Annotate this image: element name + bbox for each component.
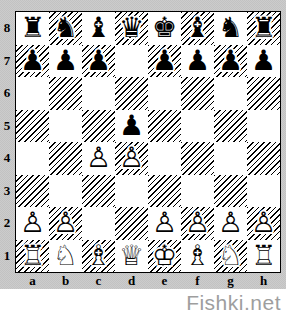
rank-label-5: 5 bbox=[0, 110, 14, 143]
white-pawn: ♟♙ bbox=[148, 207, 181, 240]
white-knight: ♞♘ bbox=[214, 240, 247, 273]
rank-label-7: 7 bbox=[0, 45, 14, 78]
square-b6 bbox=[49, 77, 82, 110]
black-queen: ♛ bbox=[115, 12, 148, 45]
rank-label-3: 3 bbox=[0, 175, 14, 208]
square-g2: ♟♙ bbox=[214, 207, 247, 240]
black-pawn: ♟ bbox=[115, 110, 148, 143]
black-pawn: ♟ bbox=[181, 45, 214, 78]
square-h6 bbox=[247, 77, 280, 110]
white-pawn: ♟♙ bbox=[82, 142, 115, 175]
square-b2: ♟♙ bbox=[49, 207, 82, 240]
black-pawn: ♟ bbox=[16, 45, 49, 78]
square-f8: ♝ bbox=[181, 12, 214, 45]
file-label-b: b bbox=[49, 273, 82, 288]
square-e4 bbox=[148, 142, 181, 175]
square-h1: ♜♖ bbox=[247, 240, 280, 273]
square-b5 bbox=[49, 110, 82, 143]
black-knight: ♞ bbox=[49, 12, 82, 45]
square-a7: ♟ bbox=[16, 45, 49, 78]
white-pawn: ♟♙ bbox=[214, 207, 247, 240]
white-pawn: ♟♙ bbox=[247, 207, 280, 240]
square-h8: ♜ bbox=[247, 12, 280, 45]
white-rook: ♜♖ bbox=[247, 240, 280, 273]
square-b8: ♞ bbox=[49, 12, 82, 45]
square-d5: ♟ bbox=[115, 110, 148, 143]
white-pawn: ♟♙ bbox=[181, 207, 214, 240]
square-h2: ♟♙ bbox=[247, 207, 280, 240]
square-g6 bbox=[214, 77, 247, 110]
square-g8: ♞ bbox=[214, 12, 247, 45]
square-d1: ♛♕ bbox=[115, 240, 148, 273]
rank-label-2: 2 bbox=[0, 207, 14, 240]
square-b4 bbox=[49, 142, 82, 175]
square-h5 bbox=[247, 110, 280, 143]
square-e7: ♟ bbox=[148, 45, 181, 78]
square-c4: ♟♙ bbox=[82, 142, 115, 175]
square-f1: ♝♗ bbox=[181, 240, 214, 273]
black-bishop: ♝ bbox=[82, 12, 115, 45]
chess-diagram: ♜♞♝♛♚♝♞♜♟♟♟♟♟♟♟♟♟♙♟♙♟♙♟♙♟♙♟♙♟♙♟♙♜♖♞♘♝♗♛♕… bbox=[0, 0, 286, 318]
square-c2 bbox=[82, 207, 115, 240]
white-knight: ♞♘ bbox=[49, 240, 82, 273]
square-d4: ♟♙ bbox=[115, 142, 148, 175]
square-e1: ♚♔ bbox=[148, 240, 181, 273]
square-c7: ♟ bbox=[82, 45, 115, 78]
square-a2: ♟♙ bbox=[16, 207, 49, 240]
square-a1: ♜♖ bbox=[16, 240, 49, 273]
square-c6 bbox=[82, 77, 115, 110]
black-pawn: ♟ bbox=[82, 45, 115, 78]
square-g4 bbox=[214, 142, 247, 175]
square-c1: ♝♗ bbox=[82, 240, 115, 273]
square-c5 bbox=[82, 110, 115, 143]
white-pawn: ♟♙ bbox=[49, 207, 82, 240]
square-c8: ♝ bbox=[82, 12, 115, 45]
file-label-f: f bbox=[181, 273, 214, 288]
square-a6 bbox=[16, 77, 49, 110]
square-d2 bbox=[115, 207, 148, 240]
rank-label-8: 8 bbox=[0, 12, 14, 45]
black-bishop: ♝ bbox=[181, 12, 214, 45]
white-pawn: ♟♙ bbox=[16, 207, 49, 240]
square-h3 bbox=[247, 175, 280, 208]
file-label-e: e bbox=[148, 273, 181, 288]
square-b3 bbox=[49, 175, 82, 208]
square-e8: ♚ bbox=[148, 12, 181, 45]
square-h4 bbox=[247, 142, 280, 175]
square-g1: ♞♘ bbox=[214, 240, 247, 273]
watermark-text: Fishki.net bbox=[0, 289, 281, 318]
square-d3 bbox=[115, 175, 148, 208]
black-pawn: ♟ bbox=[214, 45, 247, 78]
square-e2: ♟♙ bbox=[148, 207, 181, 240]
square-b1: ♞♘ bbox=[49, 240, 82, 273]
square-g7: ♟ bbox=[214, 45, 247, 78]
diagram-background: ♜♞♝♛♚♝♞♜♟♟♟♟♟♟♟♟♟♙♟♙♟♙♟♙♟♙♟♙♟♙♟♙♜♖♞♘♝♗♛♕… bbox=[0, 0, 286, 289]
white-bishop: ♝♗ bbox=[82, 240, 115, 273]
square-a5 bbox=[16, 110, 49, 143]
black-rook: ♜ bbox=[16, 12, 49, 45]
square-g5 bbox=[214, 110, 247, 143]
square-d7 bbox=[115, 45, 148, 78]
rank-label-4: 4 bbox=[0, 142, 14, 175]
black-king: ♚ bbox=[148, 12, 181, 45]
square-d6 bbox=[115, 77, 148, 110]
rank-labels: 8 7 6 5 4 3 2 1 bbox=[0, 12, 14, 272]
rank-label-6: 6 bbox=[0, 77, 14, 110]
square-b7: ♟ bbox=[49, 45, 82, 78]
file-label-d: d bbox=[115, 273, 148, 288]
white-bishop: ♝♗ bbox=[181, 240, 214, 273]
square-f2: ♟♙ bbox=[181, 207, 214, 240]
white-king: ♚♔ bbox=[148, 240, 181, 273]
square-a8: ♜ bbox=[16, 12, 49, 45]
rank-label-1: 1 bbox=[0, 240, 14, 273]
file-label-c: c bbox=[82, 273, 115, 288]
square-f3 bbox=[181, 175, 214, 208]
black-knight: ♞ bbox=[214, 12, 247, 45]
black-pawn: ♟ bbox=[49, 45, 82, 78]
file-label-g: g bbox=[214, 273, 247, 288]
white-queen: ♛♕ bbox=[115, 240, 148, 273]
file-label-a: a bbox=[16, 273, 49, 288]
square-f6 bbox=[181, 77, 214, 110]
black-rook: ♜ bbox=[247, 12, 280, 45]
square-h7: ♟ bbox=[247, 45, 280, 78]
square-a3 bbox=[16, 175, 49, 208]
white-pawn: ♟♙ bbox=[115, 142, 148, 175]
square-d8: ♛ bbox=[115, 12, 148, 45]
black-pawn: ♟ bbox=[247, 45, 280, 78]
square-g3 bbox=[214, 175, 247, 208]
square-e6 bbox=[148, 77, 181, 110]
file-labels: a b c d e f g h bbox=[16, 273, 280, 288]
square-a4 bbox=[16, 142, 49, 175]
square-f5 bbox=[181, 110, 214, 143]
square-e5 bbox=[148, 110, 181, 143]
file-label-h: h bbox=[247, 273, 280, 288]
chess-board: ♜♞♝♛♚♝♞♜♟♟♟♟♟♟♟♟♟♙♟♙♟♙♟♙♟♙♟♙♟♙♟♙♜♖♞♘♝♗♛♕… bbox=[15, 11, 281, 273]
white-rook: ♜♖ bbox=[16, 240, 49, 273]
square-f4 bbox=[181, 142, 214, 175]
square-e3 bbox=[148, 175, 181, 208]
square-c3 bbox=[82, 175, 115, 208]
black-pawn: ♟ bbox=[148, 45, 181, 78]
square-f7: ♟ bbox=[181, 45, 214, 78]
